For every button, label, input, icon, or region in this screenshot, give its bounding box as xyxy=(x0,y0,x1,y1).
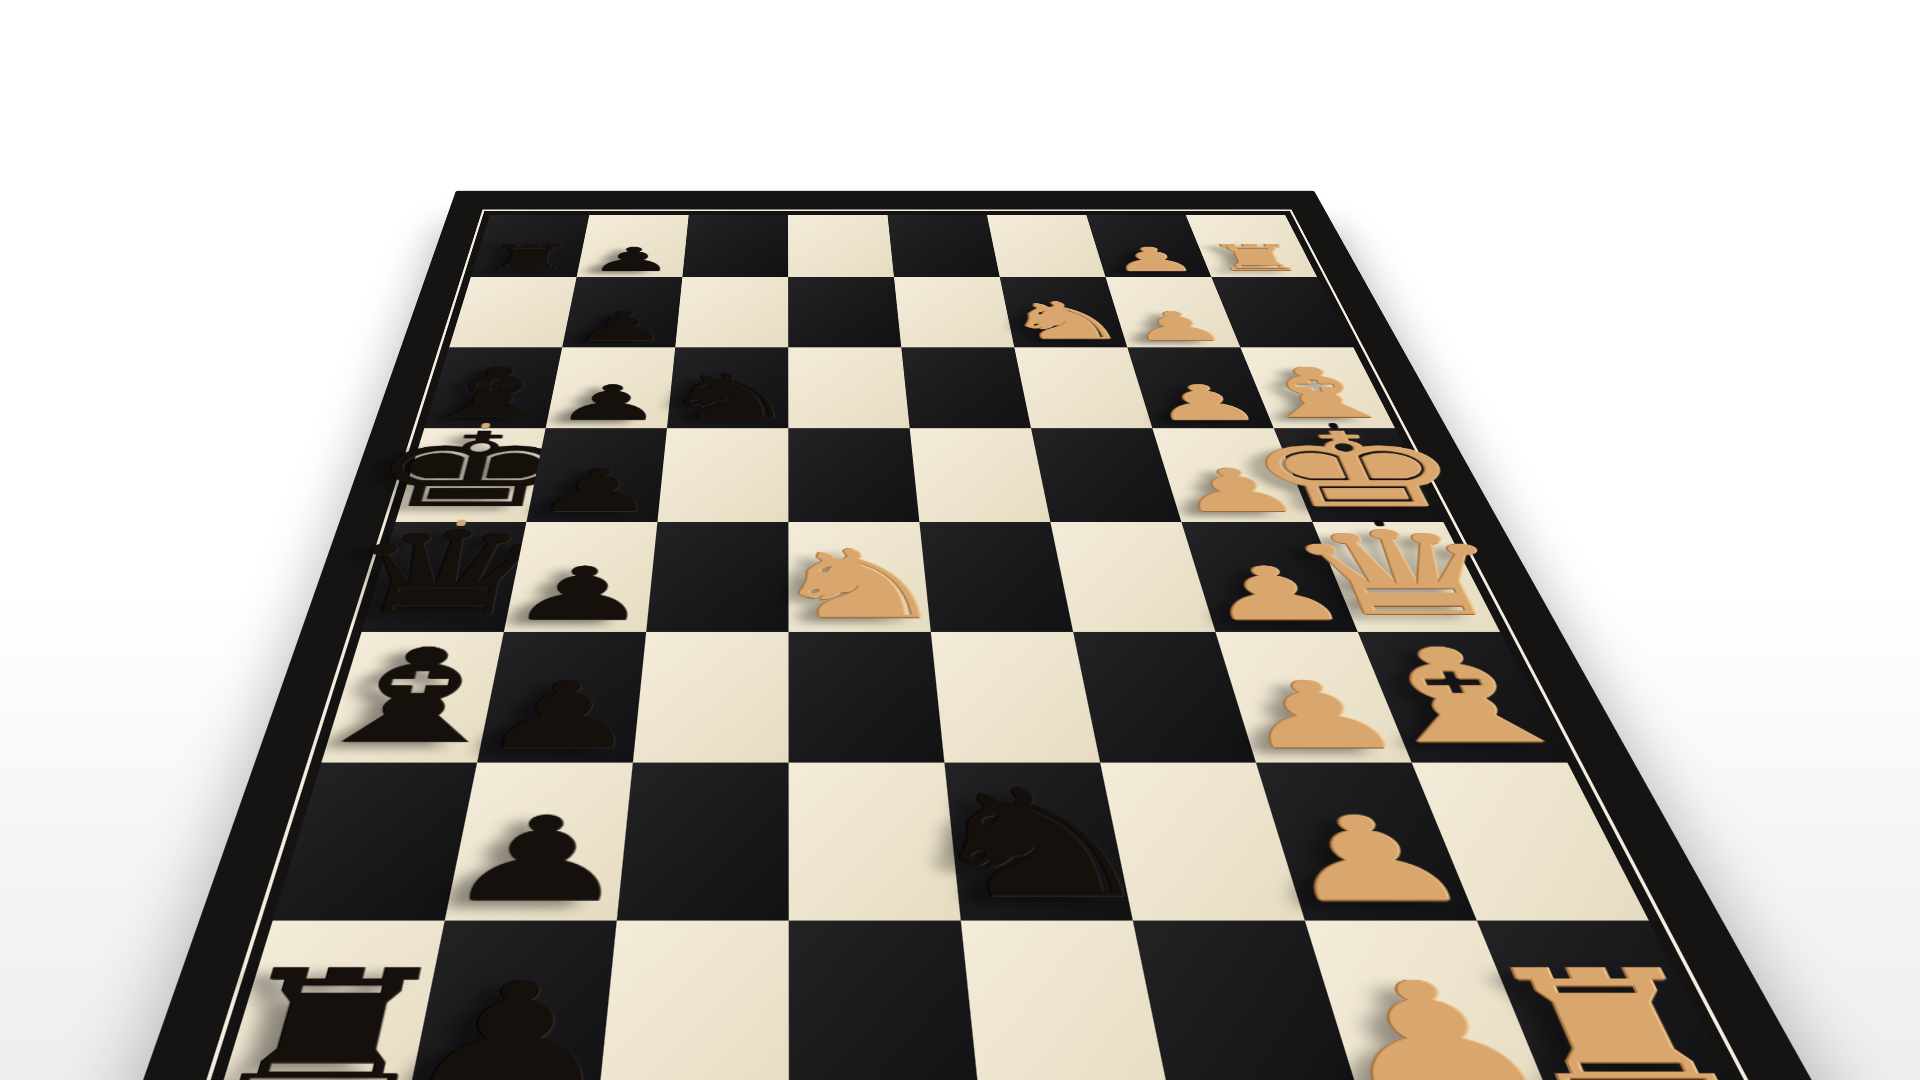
square-c5[interactable] xyxy=(789,632,945,763)
black-rook-a8[interactable]: ♜ xyxy=(185,956,464,1080)
black-queen-d8[interactable]: ♛ xyxy=(316,521,570,628)
square-g5[interactable] xyxy=(788,277,901,347)
square-h7[interactable]: ♟ xyxy=(577,215,689,277)
black-pawn-h7[interactable]: ♟ xyxy=(587,245,676,275)
white-rook-h1[interactable]: ♜ xyxy=(1202,242,1310,275)
white-queen-d1[interactable]: ♛ xyxy=(1269,521,1546,628)
square-b7[interactable]: ♟ xyxy=(445,763,633,921)
white-king-finial xyxy=(1328,423,1339,428)
white-knight-g3[interactable]: ♞ xyxy=(997,298,1133,345)
square-c1[interactable]: ♝ xyxy=(1358,632,1568,763)
square-d8[interactable]: ♛ xyxy=(362,522,527,632)
square-a8[interactable]: ♜ xyxy=(213,921,445,1080)
square-f5[interactable] xyxy=(788,347,909,428)
square-b6[interactable] xyxy=(617,763,789,921)
square-e4[interactable] xyxy=(910,428,1051,522)
black-pawn-d7[interactable]: ♟ xyxy=(503,560,656,628)
square-d7[interactable]: ♟ xyxy=(504,522,658,632)
square-f6[interactable]: ♞ xyxy=(667,347,788,428)
square-h3[interactable] xyxy=(987,215,1106,277)
square-d4[interactable] xyxy=(919,522,1073,632)
white-king-e1[interactable]: ♚ xyxy=(1228,424,1490,519)
square-d5[interactable]: ♞ xyxy=(788,522,930,632)
square-a1[interactable]: ♜ xyxy=(1477,921,1749,1080)
black-king-finial xyxy=(481,423,491,428)
square-c2[interactable]: ♟ xyxy=(1215,632,1411,763)
square-c6[interactable] xyxy=(633,632,789,763)
white-queen-finial xyxy=(1373,520,1385,526)
board-grid: ♜♟♟♜♟♞♟♝♟♞♟♝♚♟♟♚♛♟♞♟♛♝♟♟♝♟♞♟♜♟♟♜ xyxy=(213,215,1750,1080)
square-d3[interactable] xyxy=(1050,522,1215,632)
white-pawn-d2[interactable]: ♟ xyxy=(1191,560,1358,628)
square-c8[interactable]: ♝ xyxy=(321,632,504,763)
square-d1[interactable]: ♛ xyxy=(1312,522,1500,632)
white-pawn-b2[interactable]: ♟ xyxy=(1259,807,1487,915)
white-knight-d5[interactable]: ♞ xyxy=(765,541,954,628)
square-a3[interactable] xyxy=(1133,921,1365,1080)
square-b5[interactable] xyxy=(789,763,961,921)
square-b1[interactable] xyxy=(1412,763,1649,921)
square-f4[interactable] xyxy=(901,347,1031,428)
square-a5[interactable] xyxy=(789,921,981,1080)
black-bishop-c8[interactable]: ♝ xyxy=(279,638,543,758)
black-queen-finial xyxy=(455,520,466,526)
white-pawn-a2[interactable]: ♟ xyxy=(1303,969,1573,1080)
black-rook-h8[interactable]: ♜ xyxy=(477,242,578,275)
square-h5[interactable] xyxy=(788,215,894,277)
square-g7[interactable]: ♟ xyxy=(562,277,682,347)
square-g4[interactable] xyxy=(894,277,1014,347)
white-rook-a1[interactable]: ♜ xyxy=(1465,956,1776,1080)
black-knight-f6[interactable]: ♞ xyxy=(656,368,800,426)
square-d2[interactable]: ♟ xyxy=(1181,522,1357,632)
square-h4[interactable] xyxy=(888,215,1000,277)
square-e6[interactable] xyxy=(657,428,788,522)
square-b3[interactable] xyxy=(1100,763,1305,921)
square-h6[interactable] xyxy=(682,215,788,277)
black-pawn-c7[interactable]: ♟ xyxy=(472,673,648,758)
square-b4[interactable]: ♞ xyxy=(944,763,1132,921)
board-frame: ♜♟♟♜♟♞♟♝♟♞♟♝♚♟♟♚♛♟♞♟♛♝♟♟♝♟♞♟♜♟♟♜ xyxy=(189,210,1778,1080)
black-pawn-b7[interactable]: ♟ xyxy=(434,807,639,915)
square-c4[interactable] xyxy=(931,632,1100,763)
white-pawn-g2[interactable]: ♟ xyxy=(1123,308,1232,345)
white-bishop-c1[interactable]: ♝ xyxy=(1320,638,1608,758)
chess-board: ♜♟♟♜♟♞♟♝♟♞♟♝♚♟♟♚♛♟♞♟♛♝♟♟♝♟♞♟♜♟♟♜ xyxy=(96,191,1886,1080)
black-pawn-g7[interactable]: ♟ xyxy=(570,308,671,345)
chess-scene: ♜♟♟♜♟♞♟♝♟♞♟♝♚♟♟♚♛♟♞♟♛♝♟♟♝♟♞♟♜♟♟♜ xyxy=(0,0,1920,1080)
square-c3[interactable] xyxy=(1073,632,1256,763)
square-b2[interactable]: ♟ xyxy=(1256,763,1477,921)
square-g6[interactable] xyxy=(675,277,788,347)
square-a6[interactable] xyxy=(597,921,789,1080)
square-g8[interactable] xyxy=(449,277,576,347)
black-pawn-a7[interactable]: ♟ xyxy=(388,969,629,1080)
white-pawn-c2[interactable]: ♟ xyxy=(1222,673,1416,758)
square-d6[interactable] xyxy=(646,522,788,632)
square-e5[interactable] xyxy=(788,428,919,522)
square-c7[interactable]: ♟ xyxy=(477,632,646,763)
square-a4[interactable] xyxy=(961,921,1173,1080)
square-a2[interactable]: ♟ xyxy=(1305,921,1557,1080)
black-knight-b4[interactable]: ♞ xyxy=(908,777,1172,915)
square-h8[interactable]: ♜ xyxy=(471,215,589,277)
square-a7[interactable]: ♟ xyxy=(405,921,617,1080)
white-pawn-h2[interactable]: ♟ xyxy=(1105,245,1200,275)
square-b8[interactable] xyxy=(273,763,477,921)
